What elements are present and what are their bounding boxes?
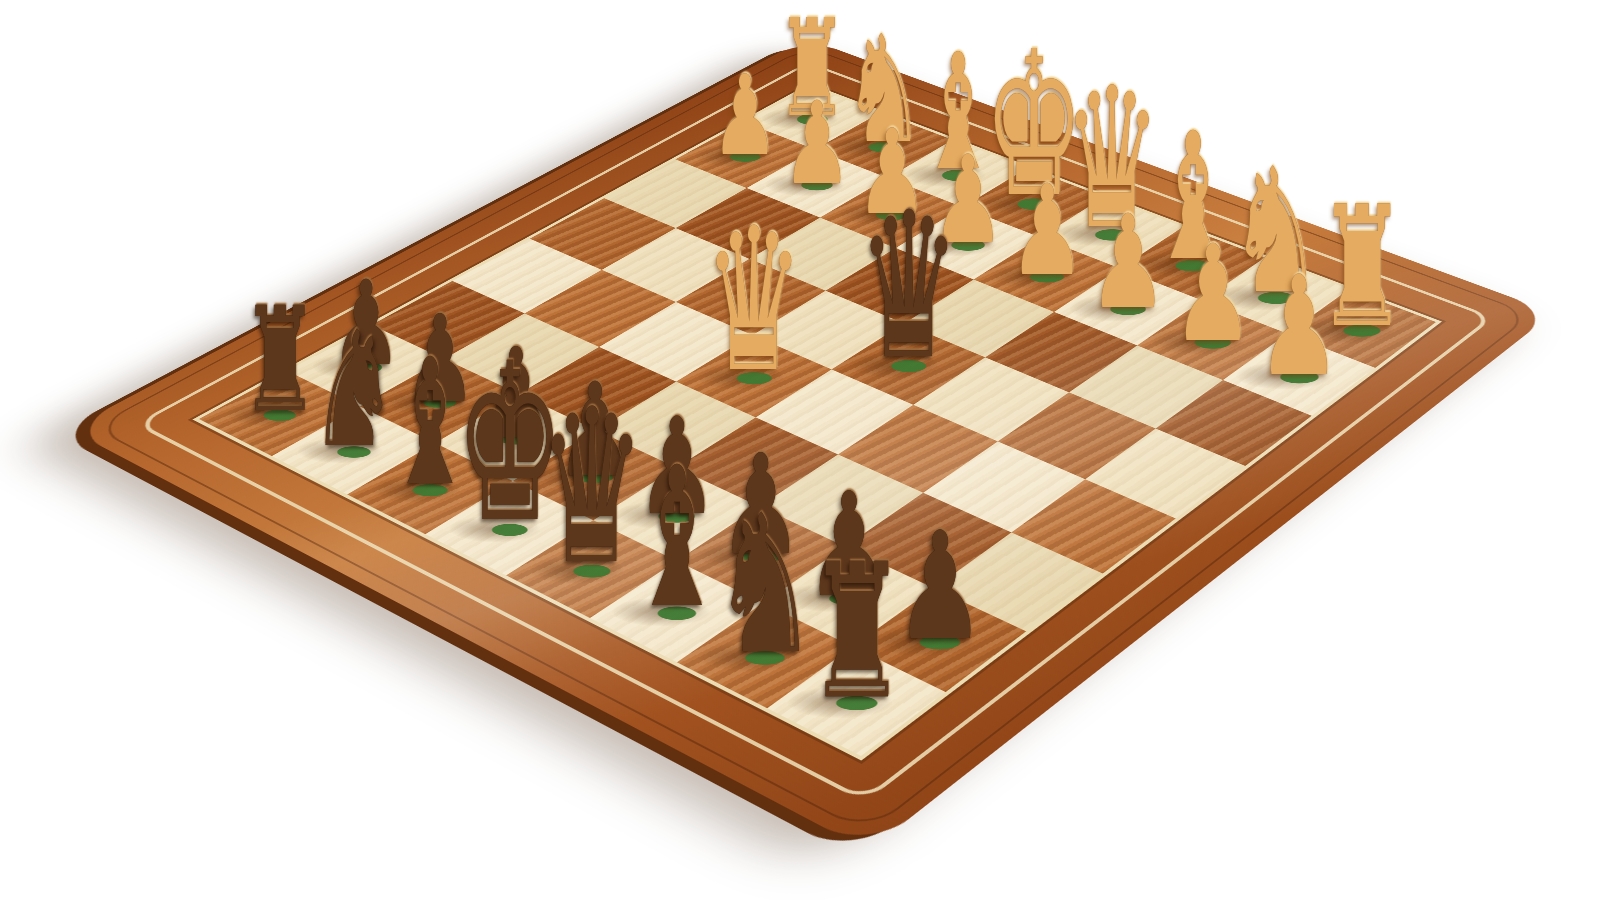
black-rook-a8: ♜ bbox=[773, 540, 939, 726]
white-pawn-a2: ♟ bbox=[1238, 258, 1361, 396]
black-queen-d4: ♛ bbox=[818, 186, 999, 388]
white-pawn-glyph: ♟ bbox=[1257, 258, 1341, 396]
white-queen-e5: ♛ bbox=[665, 202, 842, 400]
white-queen-glyph: ♛ bbox=[704, 202, 803, 400]
black-rook-glyph: ♜ bbox=[807, 540, 907, 726]
chess-set-photo: ♜♞♝♛♚♝♞♜♟♟♟♟♟♟♟♟♛♛♟♟♟♟♟♟♟♟♜♞♝♛♚♝♞♜ bbox=[0, 0, 1600, 900]
black-queen-glyph: ♛ bbox=[858, 186, 959, 388]
